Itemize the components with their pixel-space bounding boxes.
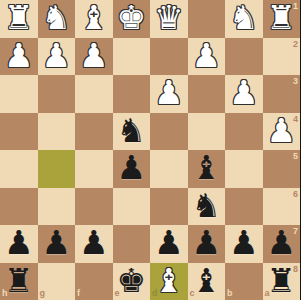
white-knight[interactable]: ♞ (41, 1, 71, 34)
white-knight[interactable]: ♞ (229, 1, 259, 34)
black-knight[interactable]: ♞ (116, 114, 146, 147)
black-bishop[interactable]: ♝ (191, 151, 221, 184)
square-d1[interactable]: ♛ (150, 0, 188, 38)
square-e1[interactable]: ♚ (113, 0, 151, 38)
square-c8[interactable]: ♝c (188, 263, 226, 300)
square-h4[interactable] (0, 113, 38, 151)
square-e7[interactable] (113, 225, 151, 263)
square-f8[interactable]: f (75, 263, 113, 300)
black-pawn[interactable]: ♟ (116, 151, 146, 184)
square-d7[interactable]: ♟ (150, 225, 188, 263)
square-b6[interactable] (225, 188, 263, 226)
rank-label-5: 5 (293, 152, 298, 161)
square-e4[interactable]: ♞ (113, 113, 151, 151)
rank-label-2: 2 (293, 40, 298, 49)
white-pawn[interactable]: ♟ (154, 76, 184, 109)
square-c3[interactable] (188, 75, 226, 113)
black-pawn[interactable]: ♟ (191, 226, 221, 259)
square-a1[interactable]: ♜1 (263, 0, 301, 38)
chess-board: ♜♞♝♚♛♞♜1♟♟♟♟2♟♟3♞♟4♟♝5♞6♟♟♟♟♟♟♟7♜hgf♚e♝d… (0, 0, 300, 300)
square-h1[interactable]: ♜ (0, 0, 38, 38)
square-d4[interactable] (150, 113, 188, 151)
square-g3[interactable] (38, 75, 76, 113)
square-c7[interactable]: ♟ (188, 225, 226, 263)
square-f4[interactable] (75, 113, 113, 151)
square-c2[interactable]: ♟ (188, 38, 226, 76)
file-label-g: g (40, 289, 46, 298)
square-d8[interactable]: ♝d (150, 263, 188, 300)
square-b5[interactable] (225, 150, 263, 188)
square-a5[interactable]: 5 (263, 150, 301, 188)
square-a4[interactable]: ♟4 (263, 113, 301, 151)
black-knight[interactable]: ♞ (191, 189, 221, 222)
black-pawn[interactable]: ♟ (4, 226, 34, 259)
square-d5[interactable] (150, 150, 188, 188)
square-g7[interactable]: ♟ (38, 225, 76, 263)
square-h5[interactable] (0, 150, 38, 188)
square-f7[interactable]: ♟ (75, 225, 113, 263)
square-f5[interactable] (75, 150, 113, 188)
rank-label-3: 3 (293, 77, 298, 86)
square-g8[interactable]: g (38, 263, 76, 300)
file-label-b: b (227, 289, 233, 298)
white-pawn[interactable]: ♟ (191, 39, 221, 72)
square-b3[interactable]: ♟ (225, 75, 263, 113)
square-b2[interactable] (225, 38, 263, 76)
square-b1[interactable]: ♞ (225, 0, 263, 38)
black-pawn[interactable]: ♟ (154, 226, 184, 259)
white-pawn[interactable]: ♟ (41, 39, 71, 72)
square-h8[interactable]: ♜h (0, 263, 38, 300)
square-c6[interactable]: ♞ (188, 188, 226, 226)
square-g2[interactable]: ♟ (38, 38, 76, 76)
square-h3[interactable] (0, 75, 38, 113)
square-e3[interactable] (113, 75, 151, 113)
square-f2[interactable]: ♟ (75, 38, 113, 76)
square-a2[interactable]: 2 (263, 38, 301, 76)
square-d3[interactable]: ♟ (150, 75, 188, 113)
white-queen[interactable]: ♛ (154, 1, 184, 34)
black-pawn[interactable]: ♟ (266, 226, 296, 259)
square-a8[interactable]: ♜8a (263, 263, 301, 300)
white-pawn[interactable]: ♟ (266, 114, 296, 147)
black-rook[interactable]: ♜ (4, 264, 34, 297)
square-e5[interactable]: ♟ (113, 150, 151, 188)
square-h6[interactable] (0, 188, 38, 226)
square-b4[interactable] (225, 113, 263, 151)
white-rook[interactable]: ♜ (266, 1, 296, 34)
square-f3[interactable] (75, 75, 113, 113)
square-e6[interactable] (113, 188, 151, 226)
white-pawn[interactable]: ♟ (79, 39, 109, 72)
file-label-f: f (77, 289, 80, 298)
square-e2[interactable] (113, 38, 151, 76)
square-f6[interactable] (75, 188, 113, 226)
black-king[interactable]: ♚ (116, 264, 146, 297)
white-rook[interactable]: ♜ (4, 1, 34, 34)
square-f1[interactable]: ♝ (75, 0, 113, 38)
square-c4[interactable] (188, 113, 226, 151)
square-a7[interactable]: ♟7 (263, 225, 301, 263)
square-g4[interactable] (38, 113, 76, 151)
black-pawn[interactable]: ♟ (79, 226, 109, 259)
square-h7[interactable]: ♟ (0, 225, 38, 263)
square-d6[interactable] (150, 188, 188, 226)
square-e8[interactable]: ♚e (113, 263, 151, 300)
square-g6[interactable] (38, 188, 76, 226)
white-pawn[interactable]: ♟ (229, 76, 259, 109)
square-a3[interactable]: 3 (263, 75, 301, 113)
white-bishop[interactable]: ♝ (79, 1, 109, 34)
square-c1[interactable] (188, 0, 226, 38)
square-g5[interactable] (38, 150, 76, 188)
black-bishop[interactable]: ♝ (191, 264, 221, 297)
black-pawn[interactable]: ♟ (229, 226, 259, 259)
square-h2[interactable]: ♟ (0, 38, 38, 76)
white-king[interactable]: ♚ (116, 1, 146, 34)
white-pawn[interactable]: ♟ (4, 39, 34, 72)
square-a6[interactable]: 6 (263, 188, 301, 226)
white-bishop[interactable]: ♝ (154, 264, 184, 297)
square-d2[interactable] (150, 38, 188, 76)
square-b7[interactable]: ♟ (225, 225, 263, 263)
rank-label-6: 6 (293, 190, 298, 199)
square-c5[interactable]: ♝ (188, 150, 226, 188)
square-b8[interactable]: b (225, 263, 263, 300)
black-pawn[interactable]: ♟ (41, 226, 71, 259)
black-rook[interactable]: ♜ (266, 264, 296, 297)
square-g1[interactable]: ♞ (38, 0, 76, 38)
